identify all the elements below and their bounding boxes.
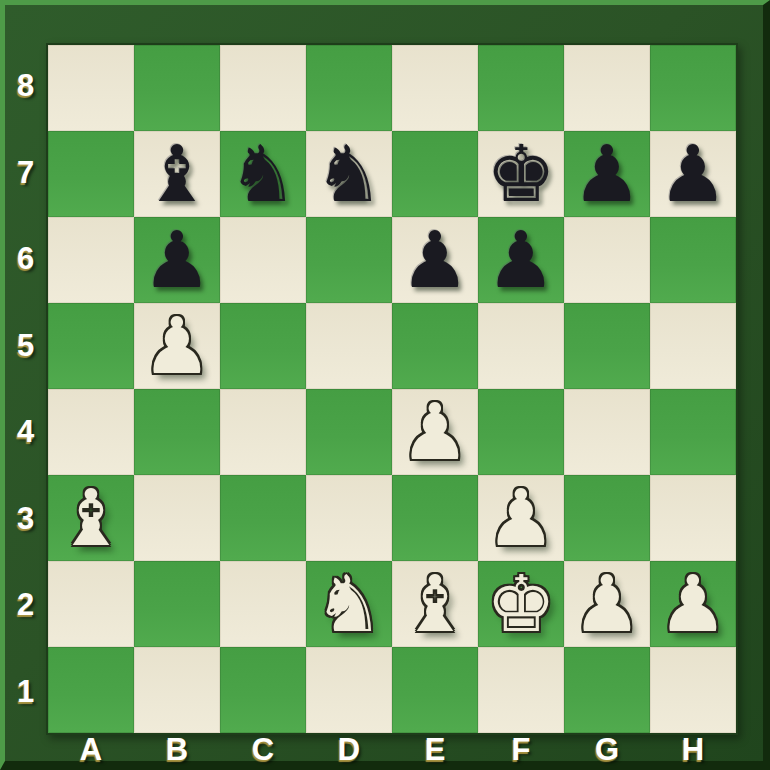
rank-label-3: 3 xyxy=(5,476,46,563)
square-g1[interactable] xyxy=(564,647,650,733)
square-b2[interactable] xyxy=(134,561,220,647)
white-pawn-f3[interactable]: ♟ xyxy=(486,475,556,561)
white-pawn-e4[interactable]: ♟ xyxy=(400,389,470,475)
square-f8[interactable] xyxy=(478,45,564,131)
black-bishop-b7[interactable]: ♝ xyxy=(142,131,212,217)
file-label-h: H xyxy=(650,737,736,763)
rank-label-5: 5 xyxy=(5,303,46,390)
square-c4[interactable] xyxy=(220,389,306,475)
square-d5[interactable] xyxy=(306,303,392,389)
black-knight-c7[interactable]: ♞ xyxy=(228,131,298,217)
square-f7[interactable]: ♚ xyxy=(478,131,564,217)
square-e2[interactable]: ♝ xyxy=(392,561,478,647)
black-pawn-g7[interactable]: ♟ xyxy=(572,131,642,217)
file-labels: ABCDEFGH xyxy=(48,737,736,763)
square-c3[interactable] xyxy=(220,475,306,561)
square-f4[interactable] xyxy=(478,389,564,475)
square-h7[interactable]: ♟ xyxy=(650,131,736,217)
square-g7[interactable]: ♟ xyxy=(564,131,650,217)
square-b8[interactable] xyxy=(134,45,220,131)
black-king-f7[interactable]: ♚ xyxy=(486,131,556,217)
square-h5[interactable] xyxy=(650,303,736,389)
square-b7[interactable]: ♝ xyxy=(134,131,220,217)
square-e7[interactable] xyxy=(392,131,478,217)
square-f6[interactable]: ♟ xyxy=(478,217,564,303)
square-g5[interactable] xyxy=(564,303,650,389)
square-f1[interactable] xyxy=(478,647,564,733)
white-pawn-h2[interactable]: ♟ xyxy=(658,561,728,647)
square-h3[interactable] xyxy=(650,475,736,561)
square-d7[interactable]: ♞ xyxy=(306,131,392,217)
square-g6[interactable] xyxy=(564,217,650,303)
rank-label-2: 2 xyxy=(5,562,46,649)
square-a8[interactable] xyxy=(48,45,134,131)
square-h8[interactable] xyxy=(650,45,736,131)
square-b3[interactable] xyxy=(134,475,220,561)
white-knight-d2[interactable]: ♞ xyxy=(314,561,384,647)
square-c5[interactable] xyxy=(220,303,306,389)
square-c1[interactable] xyxy=(220,647,306,733)
square-g8[interactable] xyxy=(564,45,650,131)
file-label-f: F xyxy=(478,737,564,763)
square-b6[interactable]: ♟ xyxy=(134,217,220,303)
file-label-c: C xyxy=(220,737,306,763)
square-a5[interactable] xyxy=(48,303,134,389)
square-d2[interactable]: ♞ xyxy=(306,561,392,647)
square-d3[interactable] xyxy=(306,475,392,561)
rank-label-7: 7 xyxy=(5,130,46,217)
black-pawn-e6[interactable]: ♟ xyxy=(400,217,470,303)
square-b5[interactable]: ♟ xyxy=(134,303,220,389)
rank-label-6: 6 xyxy=(5,216,46,303)
square-d6[interactable] xyxy=(306,217,392,303)
square-a7[interactable] xyxy=(48,131,134,217)
rank-label-8: 8 xyxy=(5,43,46,130)
black-knight-d7[interactable]: ♞ xyxy=(314,131,384,217)
square-a6[interactable] xyxy=(48,217,134,303)
white-bishop-a3[interactable]: ♝ xyxy=(56,475,126,561)
square-b1[interactable] xyxy=(134,647,220,733)
square-h6[interactable] xyxy=(650,217,736,303)
file-label-a: A xyxy=(48,737,134,763)
square-e3[interactable] xyxy=(392,475,478,561)
square-e5[interactable] xyxy=(392,303,478,389)
square-g4[interactable] xyxy=(564,389,650,475)
board-frame: 87654321 ♝♞♞♚♟♟♟♟♟♟♟♝♟♞♝♚♟♟ ABCDEFGH xyxy=(0,0,770,770)
rank-label-4: 4 xyxy=(5,389,46,476)
white-bishop-e2[interactable]: ♝ xyxy=(400,561,470,647)
file-label-e: E xyxy=(392,737,478,763)
square-c8[interactable] xyxy=(220,45,306,131)
square-a3[interactable]: ♝ xyxy=(48,475,134,561)
file-label-g: G xyxy=(564,737,650,763)
white-pawn-b5[interactable]: ♟ xyxy=(142,303,212,389)
square-e4[interactable]: ♟ xyxy=(392,389,478,475)
square-b4[interactable] xyxy=(134,389,220,475)
square-h4[interactable] xyxy=(650,389,736,475)
square-a2[interactable] xyxy=(48,561,134,647)
rank-labels: 87654321 xyxy=(5,43,46,735)
file-label-b: B xyxy=(134,737,220,763)
square-c7[interactable]: ♞ xyxy=(220,131,306,217)
square-c6[interactable] xyxy=(220,217,306,303)
board: ♝♞♞♚♟♟♟♟♟♟♟♝♟♞♝♚♟♟ xyxy=(46,43,738,735)
black-pawn-b6[interactable]: ♟ xyxy=(142,217,212,303)
square-g3[interactable] xyxy=(564,475,650,561)
black-pawn-h7[interactable]: ♟ xyxy=(658,131,728,217)
square-c2[interactable] xyxy=(220,561,306,647)
square-a4[interactable] xyxy=(48,389,134,475)
square-g2[interactable]: ♟ xyxy=(564,561,650,647)
white-pawn-g2[interactable]: ♟ xyxy=(572,561,642,647)
square-f3[interactable]: ♟ xyxy=(478,475,564,561)
square-h1[interactable] xyxy=(650,647,736,733)
square-e8[interactable] xyxy=(392,45,478,131)
square-h2[interactable]: ♟ xyxy=(650,561,736,647)
black-pawn-f6[interactable]: ♟ xyxy=(486,217,556,303)
square-f5[interactable] xyxy=(478,303,564,389)
square-e1[interactable] xyxy=(392,647,478,733)
square-e6[interactable]: ♟ xyxy=(392,217,478,303)
square-f2[interactable]: ♚ xyxy=(478,561,564,647)
file-label-d: D xyxy=(306,737,392,763)
square-a1[interactable] xyxy=(48,647,134,733)
square-d1[interactable] xyxy=(306,647,392,733)
square-d8[interactable] xyxy=(306,45,392,131)
square-d4[interactable] xyxy=(306,389,392,475)
white-king-f2[interactable]: ♚ xyxy=(486,561,556,647)
rank-label-1: 1 xyxy=(5,649,46,736)
chessboard-screenshot: 87654321 ♝♞♞♚♟♟♟♟♟♟♟♝♟♞♝♚♟♟ ABCDEFGH xyxy=(0,0,770,770)
